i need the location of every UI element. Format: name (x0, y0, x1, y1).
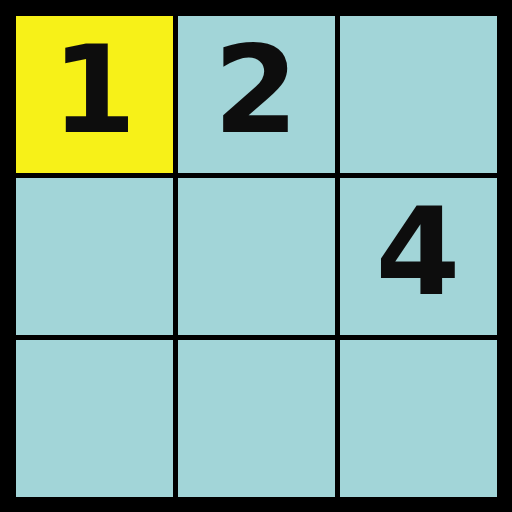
cell-digit: 2 (214, 29, 299, 151)
grid-cell-r2c1[interactable] (178, 340, 335, 497)
grid-cell-r2c0[interactable] (16, 340, 173, 497)
grid-cell-r1c0[interactable] (16, 178, 173, 335)
cell-digit: 4 (376, 191, 461, 313)
grid-cell-r0c1[interactable]: 2 (178, 16, 335, 173)
sudoku-board: 124 (16, 16, 497, 497)
grid-cell-r0c0[interactable]: 1 (16, 16, 173, 173)
grid-cell-r2c2[interactable] (340, 340, 497, 497)
grid-cell-r0c2[interactable] (340, 16, 497, 173)
board-frame: 124 (0, 0, 512, 512)
grid-cell-r1c1[interactable] (178, 178, 335, 335)
cell-digit: 1 (52, 29, 137, 151)
grid-cell-r1c2[interactable]: 4 (340, 178, 497, 335)
